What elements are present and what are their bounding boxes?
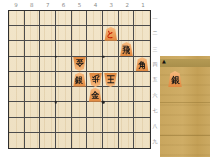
file-label: 1: [135, 1, 151, 9]
board-cell[interactable]: [40, 26, 56, 41]
hoshi-dot: [102, 101, 105, 104]
file-label: 8: [24, 1, 40, 9]
board-cell[interactable]: [103, 102, 119, 117]
file-label: 2: [119, 1, 135, 9]
board-cell[interactable]: [72, 26, 88, 41]
board-cell[interactable]: [103, 41, 119, 56]
board-cell[interactable]: [119, 11, 135, 26]
board-cell[interactable]: [119, 118, 135, 133]
board-cell[interactable]: [134, 133, 150, 148]
board-cell[interactable]: [9, 118, 25, 133]
file-label: 4: [87, 1, 103, 9]
board-cell[interactable]: [87, 26, 103, 41]
board-cell[interactable]: [103, 133, 119, 148]
hoshi-dot: [102, 55, 105, 58]
board-cell[interactable]: [25, 87, 41, 102]
shogi-app-screen: 987654321 と飛角金銀歩王金 一二三四五六七八九 ▲ 銀: [0, 0, 210, 157]
rank-label: 二: [151, 25, 159, 40]
shogi-board[interactable]: と飛角金銀歩王金: [8, 10, 151, 149]
board-cell[interactable]: [87, 118, 103, 133]
piece-glyph: 銀: [76, 75, 84, 87]
board-cell[interactable]: [56, 118, 72, 133]
rank-label: 七: [151, 103, 159, 118]
board-cell[interactable]: [119, 72, 135, 87]
board-cell[interactable]: [134, 41, 150, 56]
rank-label: 六: [151, 87, 159, 102]
file-coordinate-labels: 987654321: [8, 1, 151, 9]
board-cell[interactable]: [134, 87, 150, 102]
board-cell[interactable]: [25, 118, 41, 133]
board-cell[interactable]: [25, 41, 41, 56]
board-cell[interactable]: [25, 133, 41, 148]
board-cell[interactable]: [72, 133, 88, 148]
board-cell[interactable]: [72, 11, 88, 26]
board-cell[interactable]: [9, 87, 25, 102]
hoshi-dot: [55, 101, 58, 104]
rank-label: 九: [151, 134, 159, 149]
piece-glyph: 金: [91, 90, 99, 102]
file-label: 5: [72, 1, 88, 9]
board-cell[interactable]: [40, 41, 56, 56]
board-cell[interactable]: [119, 57, 135, 72]
board-cell[interactable]: [40, 87, 56, 102]
sente-hand-area: 銀: [160, 67, 210, 157]
piece-glyph: 金: [76, 57, 84, 69]
board-cell[interactable]: [9, 11, 25, 26]
board-cell[interactable]: [87, 11, 103, 26]
board-cell[interactable]: [103, 87, 119, 102]
board-cell[interactable]: [103, 118, 119, 133]
rank-label: 三: [151, 41, 159, 56]
board-cell[interactable]: [56, 57, 72, 72]
board-cell[interactable]: [40, 133, 56, 148]
board-cell[interactable]: [9, 57, 25, 72]
board-cell[interactable]: [119, 102, 135, 117]
file-label: 6: [56, 1, 72, 9]
board-cell[interactable]: [25, 11, 41, 26]
board-cell[interactable]: [40, 11, 56, 26]
piece-glyph: 王: [107, 73, 115, 85]
piece-stand[interactable]: ▲ 銀: [160, 56, 210, 157]
board-cell[interactable]: [103, 11, 119, 26]
board-cell[interactable]: [56, 26, 72, 41]
piece-glyph: 角: [138, 60, 146, 72]
file-label: 7: [40, 1, 56, 9]
piece-stand-header: ▲: [160, 59, 210, 67]
piece-glyph: 歩: [91, 73, 99, 85]
board-cell[interactable]: [103, 57, 119, 72]
piece-glyph: 飛: [123, 45, 131, 57]
file-label: 9: [8, 1, 24, 9]
board-cell[interactable]: [25, 26, 41, 41]
board-cell[interactable]: [56, 87, 72, 102]
hand-piece-銀[interactable]: 銀: [168, 71, 182, 87]
board-cell[interactable]: [56, 41, 72, 56]
board-cell[interactable]: [56, 72, 72, 87]
board-cell[interactable]: [134, 102, 150, 117]
board-cell[interactable]: [87, 102, 103, 117]
board-cell[interactable]: [9, 26, 25, 41]
board-cell[interactable]: [134, 72, 150, 87]
board-cell[interactable]: [134, 26, 150, 41]
board-cell[interactable]: [56, 102, 72, 117]
hoshi-dot: [55, 55, 58, 58]
board-cell[interactable]: [25, 72, 41, 87]
board-cell[interactable]: [40, 57, 56, 72]
board-cell[interactable]: [72, 102, 88, 117]
sente-marker: ▲: [162, 58, 166, 64]
board-cell[interactable]: [119, 26, 135, 41]
rank-label: 一: [151, 10, 159, 25]
board-cell[interactable]: [87, 41, 103, 56]
rank-label: 五: [151, 72, 159, 87]
rank-label: 八: [151, 118, 159, 133]
board-cell[interactable]: [56, 133, 72, 148]
rank-label: 四: [151, 56, 159, 71]
board-cell[interactable]: [119, 133, 135, 148]
board-cell[interactable]: [25, 57, 41, 72]
board-cell[interactable]: [56, 11, 72, 26]
board-cell[interactable]: [25, 102, 41, 117]
board-cell[interactable]: [9, 102, 25, 117]
board-cell[interactable]: [72, 118, 88, 133]
board-cell[interactable]: [87, 57, 103, 72]
board-cell[interactable]: [40, 118, 56, 133]
file-label: 3: [103, 1, 119, 9]
board-cell[interactable]: [9, 133, 25, 148]
board-cell[interactable]: [87, 133, 103, 148]
board-cell[interactable]: [9, 41, 25, 56]
board-cell[interactable]: [40, 72, 56, 87]
board-cell[interactable]: [134, 11, 150, 26]
piece-glyph: 銀: [171, 74, 179, 87]
board-cell[interactable]: [40, 102, 56, 117]
board-cell[interactable]: [134, 118, 150, 133]
rank-coordinate-labels: 一二三四五六七八九: [151, 10, 159, 149]
board-cell[interactable]: [9, 72, 25, 87]
piece-glyph: と: [107, 29, 115, 41]
board-cell[interactable]: [72, 41, 88, 56]
board-cell[interactable]: [72, 87, 88, 102]
board-cell[interactable]: [119, 87, 135, 102]
